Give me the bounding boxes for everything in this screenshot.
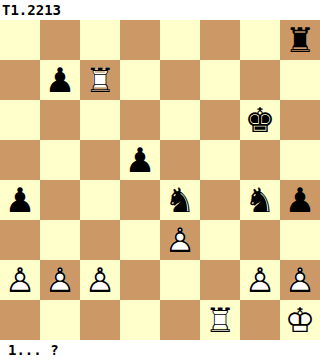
square-a4[interactable]: ♟ bbox=[0, 180, 40, 220]
square-f3[interactable] bbox=[200, 220, 240, 260]
square-b7[interactable]: ♟ bbox=[40, 60, 80, 100]
square-d5[interactable]: ♟ bbox=[120, 140, 160, 180]
square-c2[interactable]: ♟♙ bbox=[80, 260, 120, 300]
square-e7[interactable] bbox=[160, 60, 200, 100]
square-h8[interactable]: ♜ bbox=[280, 20, 320, 60]
puzzle-title: T1.2213 bbox=[0, 0, 61, 20]
square-d6[interactable] bbox=[120, 100, 160, 140]
black-king[interactable]: ♚ bbox=[240, 100, 280, 140]
white-pawn[interactable]: ♟♙ bbox=[40, 260, 80, 300]
square-g1[interactable] bbox=[240, 300, 280, 340]
square-a8[interactable] bbox=[0, 20, 40, 60]
square-e3[interactable]: ♟♙ bbox=[160, 220, 200, 260]
square-g2[interactable]: ♟♙ bbox=[240, 260, 280, 300]
white-pawn[interactable]: ♟♙ bbox=[80, 260, 120, 300]
square-f2[interactable] bbox=[200, 260, 240, 300]
square-f4[interactable] bbox=[200, 180, 240, 220]
square-f1[interactable]: ♜♖ bbox=[200, 300, 240, 340]
square-a2[interactable]: ♟♙ bbox=[0, 260, 40, 300]
black-pawn[interactable]: ♟ bbox=[120, 140, 160, 180]
square-d7[interactable] bbox=[120, 60, 160, 100]
square-a5[interactable] bbox=[0, 140, 40, 180]
square-b4[interactable] bbox=[40, 180, 80, 220]
square-b6[interactable] bbox=[40, 100, 80, 140]
square-e1[interactable] bbox=[160, 300, 200, 340]
square-g3[interactable] bbox=[240, 220, 280, 260]
square-e4[interactable]: ♞ bbox=[160, 180, 200, 220]
white-pawn[interactable]: ♟♙ bbox=[240, 260, 280, 300]
square-f7[interactable] bbox=[200, 60, 240, 100]
square-h6[interactable] bbox=[280, 100, 320, 140]
black-knight[interactable]: ♞ bbox=[240, 180, 280, 220]
square-a1[interactable] bbox=[0, 300, 40, 340]
footer-bar: 1... ? bbox=[0, 340, 320, 360]
square-h1[interactable]: ♚♔ bbox=[280, 300, 320, 340]
square-c1[interactable] bbox=[80, 300, 120, 340]
square-h7[interactable] bbox=[280, 60, 320, 100]
square-e5[interactable] bbox=[160, 140, 200, 180]
black-rook[interactable]: ♜ bbox=[280, 20, 320, 60]
white-pawn[interactable]: ♟♙ bbox=[280, 260, 320, 300]
square-a3[interactable] bbox=[0, 220, 40, 260]
square-d1[interactable] bbox=[120, 300, 160, 340]
chess-board: ♜♟♜♖♚♟♟♞♞♟♟♙♟♙♟♙♟♙♟♙♟♙♜♖♚♔ bbox=[0, 20, 320, 340]
square-c8[interactable] bbox=[80, 20, 120, 60]
square-f5[interactable] bbox=[200, 140, 240, 180]
square-g6[interactable]: ♚ bbox=[240, 100, 280, 140]
square-c5[interactable] bbox=[80, 140, 120, 180]
square-g4[interactable]: ♞ bbox=[240, 180, 280, 220]
square-e6[interactable] bbox=[160, 100, 200, 140]
square-c7[interactable]: ♜♖ bbox=[80, 60, 120, 100]
white-pawn[interactable]: ♟♙ bbox=[160, 220, 200, 260]
square-b5[interactable] bbox=[40, 140, 80, 180]
square-c4[interactable] bbox=[80, 180, 120, 220]
square-b2[interactable]: ♟♙ bbox=[40, 260, 80, 300]
white-rook[interactable]: ♜♖ bbox=[80, 60, 120, 100]
square-h4[interactable]: ♟ bbox=[280, 180, 320, 220]
square-a7[interactable] bbox=[0, 60, 40, 100]
square-d2[interactable] bbox=[120, 260, 160, 300]
square-g7[interactable] bbox=[240, 60, 280, 100]
square-c3[interactable] bbox=[80, 220, 120, 260]
black-pawn[interactable]: ♟ bbox=[280, 180, 320, 220]
square-f6[interactable] bbox=[200, 100, 240, 140]
square-d3[interactable] bbox=[120, 220, 160, 260]
white-pawn[interactable]: ♟♙ bbox=[0, 260, 40, 300]
square-g8[interactable] bbox=[240, 20, 280, 60]
header-bar: T1.2213 bbox=[0, 0, 320, 20]
square-a6[interactable] bbox=[0, 100, 40, 140]
square-b1[interactable] bbox=[40, 300, 80, 340]
square-g5[interactable] bbox=[240, 140, 280, 180]
square-d8[interactable] bbox=[120, 20, 160, 60]
square-e8[interactable] bbox=[160, 20, 200, 60]
square-d4[interactable] bbox=[120, 180, 160, 220]
square-b3[interactable] bbox=[40, 220, 80, 260]
square-h2[interactable]: ♟♙ bbox=[280, 260, 320, 300]
white-king[interactable]: ♚♔ bbox=[280, 300, 320, 340]
white-rook[interactable]: ♜♖ bbox=[200, 300, 240, 340]
move-prompt: 1... ? bbox=[0, 340, 59, 360]
square-e2[interactable] bbox=[160, 260, 200, 300]
square-c6[interactable] bbox=[80, 100, 120, 140]
square-h3[interactable] bbox=[280, 220, 320, 260]
black-knight[interactable]: ♞ bbox=[160, 180, 200, 220]
square-f8[interactable] bbox=[200, 20, 240, 60]
square-h5[interactable] bbox=[280, 140, 320, 180]
square-b8[interactable] bbox=[40, 20, 80, 60]
black-pawn[interactable]: ♟ bbox=[40, 60, 80, 100]
black-pawn[interactable]: ♟ bbox=[0, 180, 40, 220]
